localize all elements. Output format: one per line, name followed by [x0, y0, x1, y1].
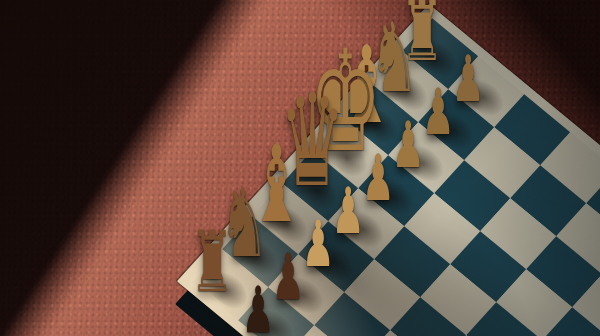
photo-stage: ♜♟♞♟♝♟♚♟♛♟♝♟♞♟♜♟ — [0, 0, 600, 336]
piece-pawn-a2: ♟ — [235, 278, 281, 336]
piece-rook-a1: ♜ — [189, 220, 235, 304]
